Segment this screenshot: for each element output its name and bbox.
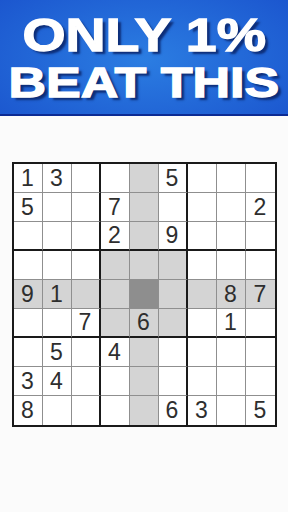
sudoku-cell[interactable] bbox=[217, 222, 246, 251]
sudoku-cell[interactable]: 9 bbox=[159, 222, 188, 251]
sudoku-cell[interactable] bbox=[43, 251, 72, 280]
sudoku-cell[interactable] bbox=[72, 193, 101, 222]
sudoku-cell[interactable] bbox=[101, 164, 130, 193]
sudoku-cell[interactable] bbox=[159, 338, 188, 367]
sudoku-cell[interactable] bbox=[188, 280, 217, 309]
board-area: 13557229918776154348635 bbox=[0, 162, 288, 427]
sudoku-cell[interactable] bbox=[188, 193, 217, 222]
sudoku-cell[interactable] bbox=[130, 193, 159, 222]
sudoku-cell[interactable]: 8 bbox=[217, 280, 246, 309]
sudoku-cell[interactable] bbox=[130, 280, 159, 309]
sudoku-cell[interactable] bbox=[72, 164, 101, 193]
sudoku-cell[interactable]: 9 bbox=[14, 280, 43, 309]
sudoku-cell[interactable] bbox=[130, 222, 159, 251]
banner-text-line1: ONLY 1% bbox=[22, 11, 266, 60]
sudoku-cell[interactable] bbox=[130, 396, 159, 425]
sudoku-cell[interactable] bbox=[159, 251, 188, 280]
sudoku-cell[interactable] bbox=[217, 367, 246, 396]
sudoku-cell[interactable] bbox=[72, 251, 101, 280]
sudoku-app-screen: ONLY 1% BEAT THIS 1355722991877615434863… bbox=[0, 0, 288, 512]
sudoku-cell[interactable]: 1 bbox=[14, 164, 43, 193]
banner-text-line2: BEAT THIS bbox=[9, 60, 280, 105]
sudoku-cell[interactable] bbox=[101, 396, 130, 425]
sudoku-cell[interactable] bbox=[101, 280, 130, 309]
sudoku-cell[interactable] bbox=[43, 222, 72, 251]
sudoku-cell[interactable] bbox=[188, 338, 217, 367]
sudoku-cell[interactable] bbox=[159, 280, 188, 309]
sudoku-cell[interactable]: 8 bbox=[14, 396, 43, 425]
sudoku-cell[interactable] bbox=[217, 193, 246, 222]
sudoku-cell[interactable] bbox=[246, 251, 275, 280]
sudoku-cell[interactable] bbox=[217, 338, 246, 367]
sudoku-cell[interactable] bbox=[14, 251, 43, 280]
sudoku-cell[interactable] bbox=[188, 222, 217, 251]
sudoku-cell[interactable]: 5 bbox=[159, 164, 188, 193]
sudoku-cell[interactable] bbox=[14, 222, 43, 251]
sudoku-cell[interactable] bbox=[246, 222, 275, 251]
promo-banner: ONLY 1% BEAT THIS bbox=[0, 0, 288, 116]
sudoku-cell[interactable] bbox=[246, 309, 275, 338]
sudoku-cell[interactable] bbox=[159, 193, 188, 222]
sudoku-cell[interactable] bbox=[130, 251, 159, 280]
sudoku-cell[interactable] bbox=[130, 367, 159, 396]
sudoku-cell[interactable] bbox=[130, 164, 159, 193]
sudoku-cell[interactable] bbox=[72, 396, 101, 425]
sudoku-cell[interactable]: 5 bbox=[14, 193, 43, 222]
sudoku-cell[interactable] bbox=[43, 309, 72, 338]
sudoku-cell[interactable] bbox=[14, 338, 43, 367]
sudoku-cell[interactable]: 3 bbox=[43, 164, 72, 193]
sudoku-cell[interactable] bbox=[217, 396, 246, 425]
sudoku-cell[interactable]: 1 bbox=[217, 309, 246, 338]
sudoku-cell[interactable]: 6 bbox=[130, 309, 159, 338]
sudoku-cell[interactable]: 3 bbox=[14, 367, 43, 396]
sudoku-cell[interactable] bbox=[130, 338, 159, 367]
sudoku-cell[interactable]: 2 bbox=[101, 222, 130, 251]
sudoku-cell[interactable] bbox=[246, 367, 275, 396]
sudoku-cell[interactable]: 7 bbox=[72, 309, 101, 338]
sudoku-cell[interactable]: 4 bbox=[101, 338, 130, 367]
sudoku-cell[interactable] bbox=[188, 309, 217, 338]
sudoku-cell[interactable] bbox=[101, 251, 130, 280]
sudoku-cell[interactable] bbox=[188, 367, 217, 396]
sudoku-cell[interactable] bbox=[72, 280, 101, 309]
sudoku-cell[interactable] bbox=[159, 367, 188, 396]
sudoku-cell[interactable]: 2 bbox=[246, 193, 275, 222]
sudoku-cell[interactable] bbox=[246, 338, 275, 367]
sudoku-cell[interactable]: 7 bbox=[101, 193, 130, 222]
sudoku-cell[interactable]: 7 bbox=[246, 280, 275, 309]
sudoku-cell[interactable] bbox=[159, 309, 188, 338]
sudoku-cell[interactable] bbox=[43, 193, 72, 222]
sudoku-cell[interactable] bbox=[101, 309, 130, 338]
sudoku-cell[interactable]: 5 bbox=[43, 338, 72, 367]
sudoku-cell[interactable]: 3 bbox=[188, 396, 217, 425]
sudoku-cell[interactable]: 5 bbox=[246, 396, 275, 425]
sudoku-cell[interactable] bbox=[72, 367, 101, 396]
sudoku-board: 13557229918776154348635 bbox=[12, 162, 277, 427]
sudoku-cell[interactable] bbox=[217, 164, 246, 193]
sudoku-cell[interactable] bbox=[101, 367, 130, 396]
sudoku-cell[interactable] bbox=[72, 222, 101, 251]
sudoku-cell[interactable] bbox=[217, 251, 246, 280]
sudoku-cell[interactable] bbox=[72, 338, 101, 367]
sudoku-cell[interactable] bbox=[188, 164, 217, 193]
sudoku-cell[interactable] bbox=[14, 309, 43, 338]
sudoku-cell[interactable]: 6 bbox=[159, 396, 188, 425]
sudoku-cell[interactable] bbox=[246, 164, 275, 193]
sudoku-cell[interactable] bbox=[188, 251, 217, 280]
sudoku-cell[interactable]: 4 bbox=[43, 367, 72, 396]
sudoku-cell[interactable]: 1 bbox=[43, 280, 72, 309]
sudoku-cell[interactable] bbox=[43, 396, 72, 425]
